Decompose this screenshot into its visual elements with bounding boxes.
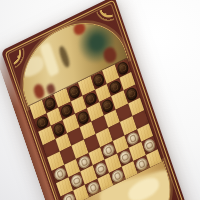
checkers-board [1,0,193,200]
photo-scene [0,0,200,200]
painting-figure-shape [32,83,45,100]
painting-arcade-shape [18,53,45,80]
painting-gladiator-shape [72,14,121,71]
painting-figure-shape [58,44,71,68]
